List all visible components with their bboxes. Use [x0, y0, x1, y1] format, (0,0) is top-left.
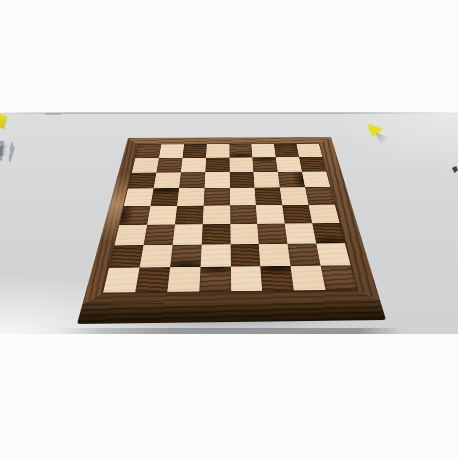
square-d6: [204, 172, 229, 188]
square-d1: [199, 266, 231, 291]
square-f3: [257, 223, 287, 244]
square-b2: [139, 245, 172, 268]
square-b6: [153, 173, 180, 189]
square-e3: [230, 224, 259, 245]
board-grid: [103, 144, 357, 293]
square-d5: [203, 188, 229, 205]
square-c4: [175, 205, 204, 224]
square-b8: [159, 144, 184, 158]
square-c2: [170, 244, 201, 267]
square-f7: [253, 157, 278, 172]
square-a7: [132, 158, 159, 173]
square-g5: [280, 187, 309, 204]
square-d3: [201, 224, 230, 245]
square-e7: [229, 157, 253, 172]
square-d2: [200, 244, 230, 267]
square-d7: [205, 158, 229, 173]
square-h5: [305, 187, 335, 204]
square-g3: [285, 223, 316, 244]
square-e1: [230, 266, 262, 291]
square-a4: [119, 206, 150, 225]
square-h1: [321, 265, 357, 290]
square-g2: [288, 243, 321, 266]
square-g1: [291, 266, 326, 291]
square-c8: [182, 144, 206, 158]
square-h2: [316, 243, 350, 265]
square-a2: [109, 245, 143, 268]
square-b4: [147, 206, 177, 225]
square-f6: [254, 172, 280, 188]
photo-scene: [0, 0, 458, 458]
board-side-edge: [77, 300, 386, 324]
square-b3: [143, 224, 174, 245]
square-a5: [124, 189, 154, 206]
square-c6: [179, 172, 205, 188]
square-f2: [259, 244, 291, 267]
square-h6: [302, 172, 330, 188]
square-c5: [177, 188, 204, 205]
square-h3: [312, 223, 345, 243]
square-e8: [229, 144, 253, 158]
square-f5: [255, 188, 283, 205]
square-g4: [282, 205, 312, 224]
square-a6: [128, 173, 156, 189]
square-h8: [296, 144, 322, 158]
square-d8: [206, 144, 229, 158]
square-h4: [309, 204, 340, 223]
square-b7: [156, 158, 182, 173]
square-g8: [274, 144, 299, 158]
square-a3: [114, 224, 147, 245]
square-c7: [181, 158, 206, 173]
chess-board: [77, 137, 386, 324]
square-a8: [135, 144, 161, 158]
square-e6: [229, 172, 254, 188]
square-g7: [276, 157, 302, 172]
surface-back-seam: [0, 112, 458, 114]
square-a1: [103, 267, 139, 292]
square-h7: [299, 157, 326, 172]
square-f8: [252, 144, 276, 158]
square-e2: [230, 244, 260, 267]
seam-mark: [45, 113, 61, 115]
square-c1: [167, 267, 200, 292]
square-b5: [150, 188, 178, 205]
square-d4: [202, 205, 230, 224]
square-f1: [261, 266, 294, 291]
square-c3: [172, 224, 202, 245]
square-g6: [278, 172, 305, 188]
square-b1: [135, 267, 170, 292]
square-f4: [256, 205, 285, 224]
square-e4: [230, 205, 258, 224]
square-e5: [230, 188, 257, 205]
